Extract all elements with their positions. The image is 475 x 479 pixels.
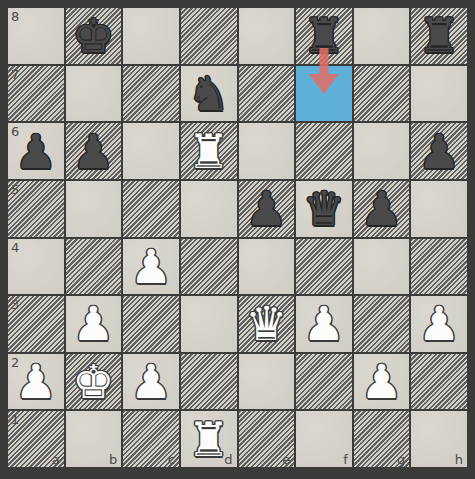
square-c1[interactable]: c: [123, 411, 179, 467]
file-label-g: g: [397, 453, 405, 466]
white-pawn-b3[interactable]: ♟: [72, 300, 114, 347]
square-b4[interactable]: [66, 239, 122, 295]
square-c6[interactable]: [123, 123, 179, 179]
square-d6[interactable]: ♜: [181, 123, 237, 179]
square-d8[interactable]: [181, 8, 237, 64]
square-f7-highlighted[interactable]: [296, 66, 352, 122]
white-king-b2[interactable]: ♚: [72, 358, 114, 405]
square-a3[interactable]: 3: [8, 296, 64, 352]
black-pawn-b6[interactable]: ♟: [72, 128, 114, 175]
square-f1[interactable]: f: [296, 411, 352, 467]
square-a6[interactable]: 6♟: [8, 123, 64, 179]
square-g1[interactable]: g: [354, 411, 410, 467]
white-pawn-f3[interactable]: ♟: [303, 300, 345, 347]
square-h5[interactable]: [411, 181, 467, 237]
rank-label-5: 5: [11, 183, 19, 196]
square-c3[interactable]: [123, 296, 179, 352]
square-c4[interactable]: ♟: [123, 239, 179, 295]
file-label-h: h: [455, 453, 463, 466]
square-b8[interactable]: ♚: [66, 8, 122, 64]
square-d2[interactable]: [181, 354, 237, 410]
black-rook-h8[interactable]: ♜: [418, 12, 460, 59]
square-f5[interactable]: ♛: [296, 181, 352, 237]
square-b3[interactable]: ♟: [66, 296, 122, 352]
square-h7[interactable]: [411, 66, 467, 122]
white-pawn-h3[interactable]: ♟: [418, 300, 460, 347]
square-e5[interactable]: ♟: [239, 181, 295, 237]
white-pawn-c4[interactable]: ♟: [130, 243, 172, 290]
chess-app-window: 8♚♜♜7♞6♟♟♜♟5♟♛♟4♟3♟♛♟♟2♟♚♟♟1abcd♜efgh: [0, 0, 475, 479]
square-d4[interactable]: [181, 239, 237, 295]
square-h6[interactable]: ♟: [411, 123, 467, 179]
square-g3[interactable]: [354, 296, 410, 352]
black-king-b8[interactable]: ♚: [72, 12, 114, 59]
square-g8[interactable]: [354, 8, 410, 64]
rank-label-7: 7: [11, 68, 19, 81]
square-f8[interactable]: ♜: [296, 8, 352, 64]
square-d3[interactable]: [181, 296, 237, 352]
square-e3[interactable]: ♛: [239, 296, 295, 352]
rank-label-6: 6: [11, 125, 19, 138]
square-a1[interactable]: 1a: [8, 411, 64, 467]
black-rook-f8[interactable]: ♜: [303, 12, 345, 59]
file-label-e: e: [282, 453, 290, 466]
file-label-b: b: [109, 453, 117, 466]
square-g7[interactable]: [354, 66, 410, 122]
square-e2[interactable]: [239, 354, 295, 410]
square-g4[interactable]: [354, 239, 410, 295]
square-c8[interactable]: [123, 8, 179, 64]
square-g2[interactable]: ♟: [354, 354, 410, 410]
square-e1[interactable]: e: [239, 411, 295, 467]
square-g6[interactable]: [354, 123, 410, 179]
file-label-c: c: [168, 453, 175, 466]
rank-label-3: 3: [11, 298, 19, 311]
square-c5[interactable]: [123, 181, 179, 237]
file-label-a: a: [52, 453, 60, 466]
square-f6[interactable]: [296, 123, 352, 179]
square-b5[interactable]: [66, 181, 122, 237]
white-pawn-a2[interactable]: ♟: [15, 358, 57, 405]
square-a5[interactable]: 5: [8, 181, 64, 237]
square-d1[interactable]: d♜: [181, 411, 237, 467]
square-b6[interactable]: ♟: [66, 123, 122, 179]
black-pawn-g5[interactable]: ♟: [360, 185, 402, 232]
white-rook-d6[interactable]: ♜: [188, 128, 230, 175]
square-e8[interactable]: [239, 8, 295, 64]
square-h8[interactable]: ♜: [411, 8, 467, 64]
rank-label-2: 2: [11, 356, 19, 369]
square-h3[interactable]: ♟: [411, 296, 467, 352]
rank-label-4: 4: [11, 241, 19, 254]
square-f4[interactable]: [296, 239, 352, 295]
white-queen-e3[interactable]: ♛: [245, 300, 287, 347]
black-queen-f5[interactable]: ♛: [303, 185, 345, 232]
square-d7[interactable]: ♞: [181, 66, 237, 122]
square-b7[interactable]: [66, 66, 122, 122]
square-c7[interactable]: [123, 66, 179, 122]
chess-board: 8♚♜♜7♞6♟♟♜♟5♟♛♟4♟3♟♛♟♟2♟♚♟♟1abcd♜efgh: [8, 8, 467, 467]
square-a4[interactable]: 4: [8, 239, 64, 295]
white-pawn-g2[interactable]: ♟: [360, 358, 402, 405]
rank-label-8: 8: [11, 10, 19, 23]
square-g5[interactable]: ♟: [354, 181, 410, 237]
black-pawn-h6[interactable]: ♟: [418, 128, 460, 175]
square-f3[interactable]: ♟: [296, 296, 352, 352]
square-a2[interactable]: 2♟: [8, 354, 64, 410]
square-f2[interactable]: [296, 354, 352, 410]
square-a8[interactable]: 8: [8, 8, 64, 64]
square-e7[interactable]: [239, 66, 295, 122]
square-h1[interactable]: h: [411, 411, 467, 467]
rank-label-1: 1: [11, 413, 19, 426]
black-knight-d7[interactable]: ♞: [188, 70, 230, 117]
square-d5[interactable]: [181, 181, 237, 237]
file-label-d: d: [224, 453, 232, 466]
square-a7[interactable]: 7: [8, 66, 64, 122]
square-c2[interactable]: ♟: [123, 354, 179, 410]
square-b2[interactable]: ♚: [66, 354, 122, 410]
square-h2[interactable]: [411, 354, 467, 410]
file-label-f: f: [343, 453, 348, 466]
square-e6[interactable]: [239, 123, 295, 179]
black-pawn-a6[interactable]: ♟: [15, 128, 57, 175]
black-pawn-e5[interactable]: ♟: [245, 185, 287, 232]
square-e4[interactable]: [239, 239, 295, 295]
square-h4[interactable]: [411, 239, 467, 295]
square-b1[interactable]: b: [66, 411, 122, 467]
white-pawn-c2[interactable]: ♟: [130, 358, 172, 405]
